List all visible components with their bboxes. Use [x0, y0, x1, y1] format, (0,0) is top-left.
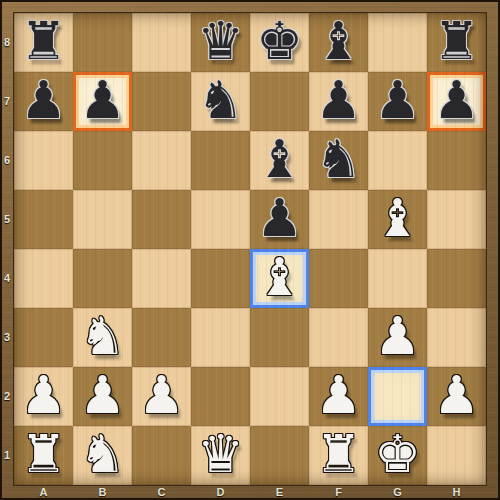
file-label-e: E: [250, 485, 309, 500]
square-f8[interactable]: ♝: [309, 13, 368, 72]
file-label-f: F: [309, 485, 368, 500]
file-label-h: H: [427, 485, 486, 500]
square-e7[interactable]: [250, 72, 309, 131]
square-a5[interactable]: [14, 190, 73, 249]
square-b4[interactable]: [73, 249, 132, 308]
square-a1[interactable]: ♜: [14, 426, 73, 485]
square-a6[interactable]: [14, 131, 73, 190]
piece-black-pawn[interactable]: ♟: [433, 74, 480, 126]
piece-white-knight[interactable]: ♞: [79, 428, 126, 480]
square-g8[interactable]: [368, 13, 427, 72]
piece-white-pawn[interactable]: ♟: [138, 369, 185, 421]
piece-white-pawn[interactable]: ♟: [374, 310, 421, 362]
square-c5[interactable]: [132, 190, 191, 249]
square-e1[interactable]: [250, 426, 309, 485]
square-h6[interactable]: [427, 131, 486, 190]
square-c2[interactable]: ♟: [132, 367, 191, 426]
board: ♜♛♚♝♜♟♟♞♟♟♟♝♞♟♝♝♞♟♟♟♟♟♟♜♞♛♜♚: [14, 13, 486, 485]
square-e4[interactable]: ♝: [250, 249, 309, 308]
square-c3[interactable]: [132, 308, 191, 367]
square-b2[interactable]: ♟: [73, 367, 132, 426]
square-c8[interactable]: [132, 13, 191, 72]
square-g3[interactable]: ♟: [368, 308, 427, 367]
square-d7[interactable]: ♞: [191, 72, 250, 131]
piece-white-bishop[interactable]: ♝: [374, 192, 421, 244]
square-g5[interactable]: ♝: [368, 190, 427, 249]
square-a2[interactable]: ♟: [14, 367, 73, 426]
square-f4[interactable]: [309, 249, 368, 308]
square-h8[interactable]: ♜: [427, 13, 486, 72]
piece-black-knight[interactable]: ♞: [197, 74, 244, 126]
file-label-b: B: [73, 485, 132, 500]
file-label-a: A: [14, 485, 73, 500]
square-g7[interactable]: ♟: [368, 72, 427, 131]
rank-label-2: 2: [0, 367, 14, 426]
rank-label-8: 8: [0, 13, 14, 72]
piece-white-pawn[interactable]: ♟: [20, 369, 67, 421]
square-b7[interactable]: ♟: [73, 72, 132, 131]
rank-label-6: 6: [0, 131, 14, 190]
piece-black-pawn[interactable]: ♟: [20, 74, 67, 126]
piece-white-rook[interactable]: ♜: [315, 428, 362, 480]
square-f1[interactable]: ♜: [309, 426, 368, 485]
square-b3[interactable]: ♞: [73, 308, 132, 367]
square-h5[interactable]: [427, 190, 486, 249]
piece-white-pawn[interactable]: ♟: [315, 369, 362, 421]
square-d2[interactable]: [191, 367, 250, 426]
rank-label-5: 5: [0, 190, 14, 249]
piece-black-bishop[interactable]: ♝: [256, 133, 303, 185]
square-d1[interactable]: ♛: [191, 426, 250, 485]
file-label-d: D: [191, 485, 250, 500]
piece-black-queen[interactable]: ♛: [197, 15, 244, 67]
piece-black-pawn[interactable]: ♟: [315, 74, 362, 126]
square-d5[interactable]: [191, 190, 250, 249]
file-label-g: G: [368, 485, 427, 500]
square-e6[interactable]: ♝: [250, 131, 309, 190]
square-d3[interactable]: [191, 308, 250, 367]
piece-black-pawn[interactable]: ♟: [374, 74, 421, 126]
square-b8[interactable]: [73, 13, 132, 72]
piece-black-pawn[interactable]: ♟: [79, 74, 126, 126]
piece-white-pawn[interactable]: ♟: [79, 369, 126, 421]
square-d4[interactable]: [191, 249, 250, 308]
square-g4[interactable]: [368, 249, 427, 308]
square-d6[interactable]: [191, 131, 250, 190]
piece-white-rook[interactable]: ♜: [20, 428, 67, 480]
square-c4[interactable]: [132, 249, 191, 308]
rank-label-1: 1: [0, 426, 14, 485]
file-label-c: C: [132, 485, 191, 500]
square-g2[interactable]: [368, 367, 427, 426]
square-g1[interactable]: ♚: [368, 426, 427, 485]
rank-label-3: 3: [0, 308, 14, 367]
square-b6[interactable]: [73, 131, 132, 190]
square-f3[interactable]: [309, 308, 368, 367]
square-h4[interactable]: [427, 249, 486, 308]
square-e3[interactable]: [250, 308, 309, 367]
piece-black-bishop[interactable]: ♝: [315, 15, 362, 67]
piece-black-king[interactable]: ♚: [256, 15, 303, 67]
square-b1[interactable]: ♞: [73, 426, 132, 485]
piece-black-pawn[interactable]: ♟: [256, 192, 303, 244]
square-h1[interactable]: [427, 426, 486, 485]
piece-white-pawn[interactable]: ♟: [433, 369, 480, 421]
piece-white-knight[interactable]: ♞: [79, 310, 126, 362]
square-d8[interactable]: ♛: [191, 13, 250, 72]
square-f5[interactable]: [309, 190, 368, 249]
piece-white-bishop[interactable]: ♝: [256, 251, 303, 303]
square-a4[interactable]: [14, 249, 73, 308]
square-b5[interactable]: [73, 190, 132, 249]
piece-black-knight[interactable]: ♞: [315, 133, 362, 185]
square-a3[interactable]: [14, 308, 73, 367]
chess-app-window: ♜♛♚♝♜♟♟♞♟♟♟♝♞♟♝♝♞♟♟♟♟♟♟♜♞♛♜♚ 87654321 AB…: [0, 0, 500, 500]
square-f2[interactable]: ♟: [309, 367, 368, 426]
square-h2[interactable]: ♟: [427, 367, 486, 426]
piece-white-king[interactable]: ♚: [374, 428, 421, 480]
square-c1[interactable]: [132, 426, 191, 485]
square-h3[interactable]: [427, 308, 486, 367]
square-e5[interactable]: ♟: [250, 190, 309, 249]
piece-black-rook[interactable]: ♜: [433, 15, 480, 67]
piece-black-rook[interactable]: ♜: [20, 15, 67, 67]
square-f6[interactable]: ♞: [309, 131, 368, 190]
square-e8[interactable]: ♚: [250, 13, 309, 72]
square-c6[interactable]: [132, 131, 191, 190]
square-g6[interactable]: [368, 131, 427, 190]
rank-label-4: 4: [0, 249, 14, 308]
square-c7[interactable]: [132, 72, 191, 131]
square-h7[interactable]: ♟: [427, 72, 486, 131]
square-a8[interactable]: ♜: [14, 13, 73, 72]
rank-label-7: 7: [0, 72, 14, 131]
square-f7[interactable]: ♟: [309, 72, 368, 131]
piece-white-queen[interactable]: ♛: [197, 428, 244, 480]
square-a7[interactable]: ♟: [14, 72, 73, 131]
square-e2[interactable]: [250, 367, 309, 426]
